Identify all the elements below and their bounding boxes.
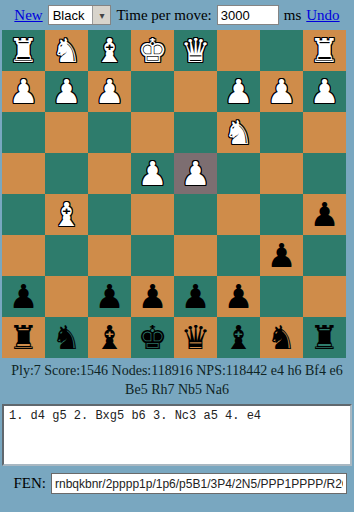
square-a2[interactable]: ♟	[303, 71, 346, 112]
square-e1[interactable]: ♚	[131, 30, 174, 71]
square-d4[interactable]: ♟	[174, 153, 217, 194]
square-f5[interactable]	[88, 194, 131, 235]
square-c3[interactable]: ♞	[217, 112, 260, 153]
piece-black-pawn: ♟	[267, 239, 297, 272]
square-e2[interactable]	[131, 71, 174, 112]
piece-black-pawn: ♟	[138, 280, 168, 313]
piece-black-pawn: ♟	[181, 280, 211, 313]
piece-white-queen: ♛	[181, 34, 211, 67]
square-b1[interactable]	[260, 30, 303, 71]
square-d5[interactable]	[174, 194, 217, 235]
fen-row: FEN:	[0, 473, 354, 494]
piece-black-bishop: ♝	[95, 321, 125, 354]
piece-white-pawn: ♟	[52, 75, 82, 108]
square-a7[interactable]	[303, 276, 346, 317]
chess-app-page: { "game": "chess", "position": { "fen": …	[0, 0, 354, 512]
piece-white-pawn: ♟	[181, 157, 211, 190]
square-f6[interactable]	[88, 235, 131, 276]
engine-status-text: Ply:7 Score:1546 Nodes:118916 NPS:118442…	[0, 361, 354, 399]
square-c6[interactable]	[217, 235, 260, 276]
new-game-link[interactable]: New	[14, 7, 42, 24]
square-g7[interactable]	[45, 276, 88, 317]
square-b7[interactable]	[260, 276, 303, 317]
square-d6[interactable]	[174, 235, 217, 276]
piece-white-knight: ♞	[52, 34, 82, 67]
square-h4[interactable]	[2, 153, 45, 194]
side-select[interactable]: Black ▾	[48, 5, 112, 25]
piece-black-knight: ♞	[267, 321, 297, 354]
time-per-move-label: Time per move:	[116, 7, 211, 24]
piece-black-queen: ♛	[181, 321, 211, 354]
square-d3[interactable]	[174, 112, 217, 153]
square-b2[interactable]: ♟	[260, 71, 303, 112]
piece-white-pawn: ♟	[267, 75, 297, 108]
piece-black-pawn: ♟	[310, 198, 340, 231]
piece-white-rook: ♜	[310, 34, 340, 67]
moves-textarea[interactable]	[2, 404, 352, 466]
square-a5[interactable]: ♟	[303, 194, 346, 235]
square-b6[interactable]: ♟	[260, 235, 303, 276]
ms-label: ms	[284, 7, 302, 24]
piece-white-knight: ♞	[224, 116, 254, 149]
square-b3[interactable]	[260, 112, 303, 153]
chess-board: ♜♞♝♚♛♜♟♟♟♟♟♟♞♟♟♝♟♟♟♟♟♟♟♜♞♝♚♛♝♞♜	[2, 30, 346, 358]
square-g4[interactable]	[45, 153, 88, 194]
piece-white-bishop: ♝	[95, 34, 125, 67]
square-g8[interactable]: ♞	[45, 317, 88, 358]
fen-label: FEN:	[13, 475, 46, 492]
piece-black-king: ♚	[138, 321, 168, 354]
square-c2[interactable]: ♟	[217, 71, 260, 112]
square-f7[interactable]: ♟	[88, 276, 131, 317]
square-b4[interactable]	[260, 153, 303, 194]
square-g3[interactable]	[45, 112, 88, 153]
piece-black-pawn: ♟	[224, 280, 254, 313]
square-f2[interactable]: ♟	[88, 71, 131, 112]
piece-white-pawn: ♟	[224, 75, 254, 108]
square-b8[interactable]: ♞	[260, 317, 303, 358]
piece-white-rook: ♜	[9, 34, 39, 67]
square-c4[interactable]	[217, 153, 260, 194]
square-d7[interactable]: ♟	[174, 276, 217, 317]
square-g1[interactable]: ♞	[45, 30, 88, 71]
fen-input[interactable]	[51, 473, 347, 494]
square-h1[interactable]: ♜	[2, 30, 45, 71]
square-d8[interactable]: ♛	[174, 317, 217, 358]
square-g5[interactable]: ♝	[45, 194, 88, 235]
square-e7[interactable]: ♟	[131, 276, 174, 317]
piece-black-pawn: ♟	[9, 280, 39, 313]
square-f3[interactable]	[88, 112, 131, 153]
piece-black-rook: ♜	[9, 321, 39, 354]
square-h5[interactable]	[2, 194, 45, 235]
piece-black-bishop: ♝	[224, 321, 254, 354]
square-d2[interactable]	[174, 71, 217, 112]
square-c5[interactable]	[217, 194, 260, 235]
square-a8[interactable]: ♜	[303, 317, 346, 358]
piece-white-king: ♚	[138, 34, 168, 67]
square-c8[interactable]: ♝	[217, 317, 260, 358]
square-h2[interactable]: ♟	[2, 71, 45, 112]
piece-black-rook: ♜	[310, 321, 340, 354]
square-a6[interactable]	[303, 235, 346, 276]
piece-white-pawn: ♟	[138, 157, 168, 190]
square-h3[interactable]	[2, 112, 45, 153]
square-c1[interactable]	[217, 30, 260, 71]
chevron-down-icon[interactable]: ▾	[92, 6, 110, 24]
square-e6[interactable]	[131, 235, 174, 276]
square-e8[interactable]: ♚	[131, 317, 174, 358]
toolbar: New Black ▾ Time per move: ms Undo	[0, 0, 354, 30]
square-f8[interactable]: ♝	[88, 317, 131, 358]
square-e5[interactable]	[131, 194, 174, 235]
square-b5[interactable]	[260, 194, 303, 235]
square-e3[interactable]	[131, 112, 174, 153]
piece-white-bishop: ♝	[52, 198, 82, 231]
side-select-value: Black	[49, 8, 93, 23]
square-c7[interactable]: ♟	[217, 276, 260, 317]
time-per-move-input[interactable]	[217, 5, 279, 25]
square-a4[interactable]	[303, 153, 346, 194]
square-a3[interactable]	[303, 112, 346, 153]
square-g6[interactable]	[45, 235, 88, 276]
piece-black-knight: ♞	[52, 321, 82, 354]
square-g2[interactable]: ♟	[45, 71, 88, 112]
square-a1[interactable]: ♜	[303, 30, 346, 71]
undo-link[interactable]: Undo	[306, 7, 339, 24]
square-e4[interactable]: ♟	[131, 153, 174, 194]
square-h6[interactable]	[2, 235, 45, 276]
square-h7[interactable]: ♟	[2, 276, 45, 317]
square-f1[interactable]: ♝	[88, 30, 131, 71]
piece-white-pawn: ♟	[310, 75, 340, 108]
square-d1[interactable]: ♛	[174, 30, 217, 71]
square-h8[interactable]: ♜	[2, 317, 45, 358]
piece-white-pawn: ♟	[9, 75, 39, 108]
piece-white-pawn: ♟	[95, 75, 125, 108]
square-f4[interactable]	[88, 153, 131, 194]
piece-black-pawn: ♟	[95, 280, 125, 313]
